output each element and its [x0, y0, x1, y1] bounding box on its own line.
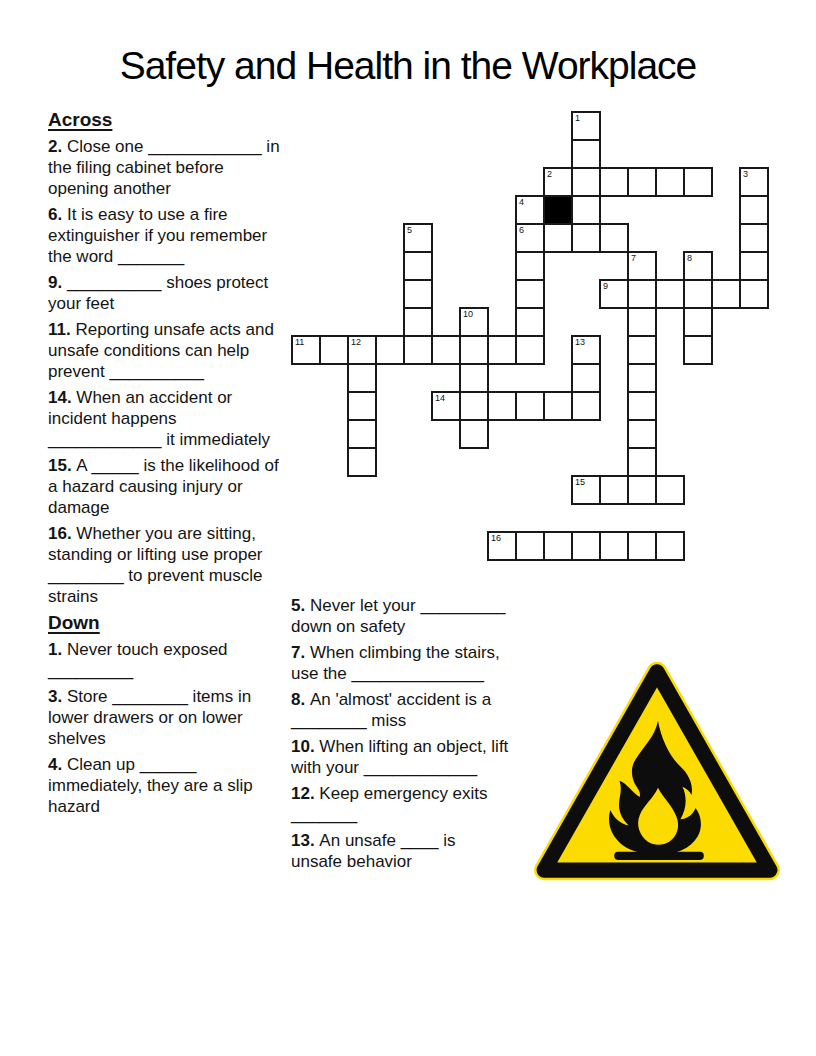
- crossword-cell[interactable]: 4: [515, 195, 545, 225]
- clue-11-across: 11. Reporting unsafe acts and unsafe con…: [48, 319, 280, 382]
- crossword-cell[interactable]: [655, 531, 685, 561]
- crossword-cell[interactable]: [459, 419, 489, 449]
- crossword-cell[interactable]: 5: [403, 223, 433, 253]
- clue-number-label: 14.: [48, 388, 76, 407]
- crossword-cell[interactable]: [515, 335, 545, 365]
- crossword-cell[interactable]: [627, 447, 657, 477]
- down-heading: Down: [48, 612, 280, 633]
- clue-8-down: 8. An 'almost' accident is a ________ mi…: [291, 689, 509, 731]
- clue-number-label: 4.: [48, 755, 67, 774]
- crossword-cell[interactable]: 14: [431, 391, 461, 421]
- crossword-cell[interactable]: [571, 167, 601, 197]
- crossword-cell[interactable]: [627, 335, 657, 365]
- crossword-cell[interactable]: [319, 335, 349, 365]
- crossword-cell[interactable]: [571, 223, 601, 253]
- crossword-cell[interactable]: [571, 363, 601, 393]
- clue-number: 10: [463, 309, 473, 319]
- crossword-cell[interactable]: [515, 279, 545, 309]
- crossword-cell[interactable]: 15: [571, 475, 601, 505]
- clue-number-label: 3.: [48, 687, 67, 706]
- crossword-cell[interactable]: [487, 335, 517, 365]
- clue-number: 5: [407, 225, 412, 235]
- crossword-cell[interactable]: [571, 195, 601, 225]
- crossword-cell[interactable]: 8: [683, 251, 713, 281]
- clue-number-label: 6.: [48, 205, 67, 224]
- clue-number-label: 5.: [291, 596, 310, 615]
- crossword-cell[interactable]: [711, 279, 741, 309]
- clue-number-label: 15.: [48, 456, 76, 475]
- clue-number: 9: [603, 281, 608, 291]
- crossword-cell[interactable]: [375, 335, 405, 365]
- clue-number: 7: [631, 253, 636, 263]
- crossword-cell[interactable]: 11: [291, 335, 321, 365]
- crossword-cell[interactable]: [543, 531, 573, 561]
- crossword-cell[interactable]: [739, 223, 769, 253]
- crossword-cell[interactable]: [459, 363, 489, 393]
- clue-number: 11: [295, 337, 304, 347]
- clue-number: 1: [575, 113, 580, 123]
- clue-number-label: 8.: [291, 690, 310, 709]
- clue-number: 8: [687, 253, 692, 263]
- crossword-cell[interactable]: [347, 363, 377, 393]
- clue-14-across: 14. When an accident or incident happens…: [48, 387, 280, 450]
- crossword-cell[interactable]: [627, 531, 657, 561]
- crossword-cell[interactable]: [627, 391, 657, 421]
- crossword-cell[interactable]: [599, 531, 629, 561]
- crossword-cell[interactable]: 16: [487, 531, 517, 561]
- crossword-cell[interactable]: 12: [347, 335, 377, 365]
- crossword-cell[interactable]: [627, 475, 657, 505]
- clue-number: 12: [351, 337, 361, 347]
- clue-9-across: 9. __________ shoes protect your feet: [48, 272, 280, 314]
- crossword-cell[interactable]: [655, 279, 685, 309]
- crossword-cell[interactable]: 3: [739, 167, 769, 197]
- flammable-warning-sign: [533, 655, 781, 888]
- clue-1-down: 1. Never touch exposed _________: [48, 639, 280, 681]
- clue-number-label: 16.: [48, 524, 76, 543]
- clue-15-across: 15. A _____ is the likelihood of a hazar…: [48, 455, 280, 518]
- crossword-cell[interactable]: [739, 195, 769, 225]
- clue-number-label: 2.: [48, 137, 67, 156]
- clue-6-across: 6. It is easy to use a fire extinguisher…: [48, 204, 280, 267]
- crossword-cell[interactable]: [739, 279, 769, 309]
- crossword-cell[interactable]: [347, 391, 377, 421]
- crossword-grid: 12345678910111213141516: [292, 112, 768, 560]
- crossword-cell[interactable]: [599, 223, 629, 253]
- crossword-cell[interactable]: 2: [543, 167, 573, 197]
- clue-4-down: 4. Clean up ______ immediately, they are…: [48, 754, 280, 817]
- clue-10-down: 10. When lifting an object, lift with yo…: [291, 736, 509, 778]
- crossword-cell[interactable]: 10: [459, 307, 489, 337]
- crossword-cell[interactable]: [683, 307, 713, 337]
- crossword-cell[interactable]: [543, 391, 573, 421]
- crossword-cell[interactable]: [515, 391, 545, 421]
- crossword-cell[interactable]: [431, 335, 461, 365]
- crossword-cell[interactable]: [403, 279, 433, 309]
- clues-left-column: Across 2. Close one ____________ in the …: [48, 109, 280, 822]
- clues-middle-column: 5. Never let your _________ down on safe…: [291, 595, 509, 877]
- crossword-cell[interactable]: [543, 223, 573, 253]
- clue-number: 6: [519, 225, 524, 235]
- crossword-cell[interactable]: [347, 447, 377, 477]
- puzzle-title: Safety and Health in the Workplace: [0, 44, 816, 88]
- crossword-cell[interactable]: 13: [571, 335, 601, 365]
- across-heading: Across: [48, 109, 280, 130]
- down-clues-list-part1: 1. Never touch exposed _________3. Store…: [48, 639, 280, 817]
- crossword-cell[interactable]: 7: [627, 251, 657, 281]
- crossword-cell[interactable]: [571, 391, 601, 421]
- flame-base-bar: [614, 852, 703, 860]
- crossword-cell[interactable]: [599, 475, 629, 505]
- clue-3-down: 3. Store ________ items in lower drawers…: [48, 686, 280, 749]
- clue-number-label: 12.: [291, 784, 319, 803]
- crossword-cell[interactable]: [515, 251, 545, 281]
- crossword-cell[interactable]: [403, 251, 433, 281]
- crossword-cell[interactable]: [683, 279, 713, 309]
- clue-number-label: 1.: [48, 640, 67, 659]
- crossword-cell[interactable]: [459, 335, 489, 365]
- crossword-cell[interactable]: [459, 391, 489, 421]
- crossword-cell[interactable]: [655, 167, 685, 197]
- clue-2-across: 2. Close one ____________ in the filing …: [48, 136, 280, 199]
- clue-number: 3: [743, 169, 748, 179]
- crossword-cell[interactable]: [627, 279, 657, 309]
- clue-number-label: 13.: [291, 831, 319, 850]
- crossword-cell[interactable]: [739, 251, 769, 281]
- crossword-cell[interactable]: [571, 139, 601, 169]
- clue-5-down: 5. Never let your _________ down on safe…: [291, 595, 509, 637]
- crossword-cell[interactable]: [627, 167, 657, 197]
- crossword-cell[interactable]: [599, 167, 629, 197]
- clue-number-label: 7.: [291, 643, 310, 662]
- clue-16-across: 16. Whether you are sitting, standing or…: [48, 523, 280, 607]
- crossword-cell[interactable]: [627, 363, 657, 393]
- crossword-cell[interactable]: 6: [515, 223, 545, 253]
- crossword-cell[interactable]: [487, 391, 517, 421]
- crossword-cell[interactable]: [515, 307, 545, 337]
- clue-number: 13: [575, 337, 585, 347]
- clue-7-down: 7. When climbing the stairs, use the ___…: [291, 642, 509, 684]
- clue-number-label: 10.: [291, 737, 319, 756]
- clue-number-label: 9.: [48, 273, 67, 292]
- clue-number: 14: [435, 393, 445, 403]
- clue-number: 15: [575, 477, 585, 487]
- crossword-cell[interactable]: [347, 419, 377, 449]
- crossword-cell[interactable]: [515, 531, 545, 561]
- clue-number: 2: [547, 169, 552, 179]
- crossword-cell[interactable]: [683, 335, 713, 365]
- crossword-cell[interactable]: [627, 307, 657, 337]
- crossword-cell[interactable]: [571, 531, 601, 561]
- clue-13-down: 13. An unsafe ____ is unsafe behavior: [291, 830, 509, 872]
- across-clues-list: 2. Close one ____________ in the filing …: [48, 136, 280, 607]
- crossword-cell[interactable]: [683, 167, 713, 197]
- crossword-cell[interactable]: [403, 307, 433, 337]
- down-clues-list-part2: 5. Never let your _________ down on safe…: [291, 595, 509, 872]
- blocked-cell: [543, 195, 573, 225]
- clue-number: 16: [491, 533, 501, 543]
- crossword-cell[interactable]: [627, 419, 657, 449]
- crossword-cell[interactable]: [655, 475, 685, 505]
- crossword-cell[interactable]: 9: [599, 279, 629, 309]
- clue-number: 4: [519, 197, 524, 207]
- crossword-cell[interactable]: [403, 335, 433, 365]
- clue-number-label: 11.: [48, 320, 75, 339]
- crossword-cell[interactable]: 1: [571, 111, 601, 141]
- clue-12-down: 12. Keep emergency exits _______: [291, 783, 509, 825]
